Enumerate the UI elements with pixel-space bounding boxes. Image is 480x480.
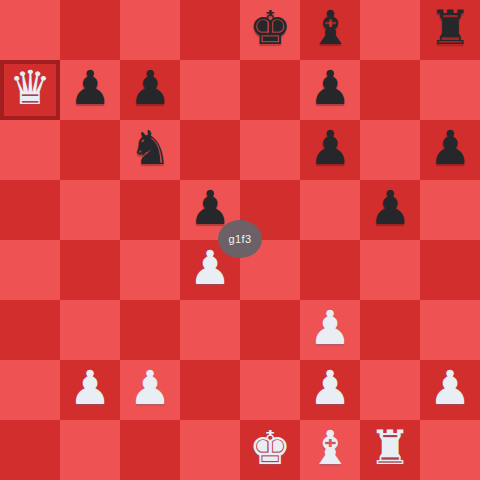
- square-a1[interactable]: [0, 420, 60, 480]
- square-b3[interactable]: [60, 300, 120, 360]
- piece-white-pawn[interactable]: ♟: [309, 298, 351, 358]
- square-e8[interactable]: ♚: [240, 0, 300, 60]
- square-e1[interactable]: ♚: [240, 420, 300, 480]
- square-c2[interactable]: ♟: [120, 360, 180, 420]
- square-g3[interactable]: [360, 300, 420, 360]
- piece-black-pawn[interactable]: ♟: [309, 118, 351, 178]
- piece-black-bishop[interactable]: ♝: [309, 0, 351, 58]
- chess-board: g1f3 ♚♝♜♛♟♟♟♞♟♟♟♟♟♟♟♟♟♟♚♝♜: [0, 0, 480, 480]
- square-a5[interactable]: [0, 180, 60, 240]
- piece-black-pawn[interactable]: ♟: [69, 58, 111, 118]
- piece-black-king[interactable]: ♚: [249, 0, 291, 58]
- square-b8[interactable]: [60, 0, 120, 60]
- square-a4[interactable]: [0, 240, 60, 300]
- square-d8[interactable]: [180, 0, 240, 60]
- square-e7[interactable]: [240, 60, 300, 120]
- square-d4[interactable]: ♟: [180, 240, 240, 300]
- square-d2[interactable]: [180, 360, 240, 420]
- square-b1[interactable]: [60, 420, 120, 480]
- square-h2[interactable]: ♟: [420, 360, 480, 420]
- square-e3[interactable]: [240, 300, 300, 360]
- square-a7[interactable]: ♛: [0, 60, 60, 120]
- piece-white-pawn[interactable]: ♟: [129, 358, 171, 418]
- square-c8[interactable]: [120, 0, 180, 60]
- square-b5[interactable]: [60, 180, 120, 240]
- square-c3[interactable]: [120, 300, 180, 360]
- square-a8[interactable]: [0, 0, 60, 60]
- square-b2[interactable]: ♟: [60, 360, 120, 420]
- square-d5[interactable]: ♟: [180, 180, 240, 240]
- piece-white-pawn[interactable]: ♟: [429, 358, 471, 418]
- piece-white-rook[interactable]: ♜: [369, 418, 411, 478]
- square-c1[interactable]: [120, 420, 180, 480]
- square-a6[interactable]: [0, 120, 60, 180]
- square-e5[interactable]: [240, 180, 300, 240]
- square-b4[interactable]: [60, 240, 120, 300]
- square-h5[interactable]: [420, 180, 480, 240]
- square-b6[interactable]: [60, 120, 120, 180]
- square-g2[interactable]: [360, 360, 420, 420]
- square-f8[interactable]: ♝: [300, 0, 360, 60]
- square-e6[interactable]: [240, 120, 300, 180]
- square-b7[interactable]: ♟: [60, 60, 120, 120]
- square-f3[interactable]: ♟: [300, 300, 360, 360]
- square-f1[interactable]: ♝: [300, 420, 360, 480]
- square-f7[interactable]: ♟: [300, 60, 360, 120]
- square-d1[interactable]: [180, 420, 240, 480]
- square-d6[interactable]: [180, 120, 240, 180]
- square-g5[interactable]: ♟: [360, 180, 420, 240]
- square-g4[interactable]: [360, 240, 420, 300]
- square-f2[interactable]: ♟: [300, 360, 360, 420]
- square-g8[interactable]: [360, 0, 420, 60]
- square-a3[interactable]: [0, 300, 60, 360]
- square-d7[interactable]: [180, 60, 240, 120]
- square-a2[interactable]: [0, 360, 60, 420]
- square-h8[interactable]: ♜: [420, 0, 480, 60]
- piece-white-bishop[interactable]: ♝: [309, 418, 351, 478]
- piece-black-pawn[interactable]: ♟: [189, 178, 231, 238]
- piece-white-queen[interactable]: ♛: [9, 58, 51, 118]
- square-g7[interactable]: [360, 60, 420, 120]
- piece-black-rook[interactable]: ♜: [429, 0, 471, 58]
- square-e2[interactable]: [240, 360, 300, 420]
- square-h6[interactable]: ♟: [420, 120, 480, 180]
- square-h4[interactable]: [420, 240, 480, 300]
- square-e4[interactable]: [240, 240, 300, 300]
- piece-black-pawn[interactable]: ♟: [309, 58, 351, 118]
- piece-white-pawn[interactable]: ♟: [189, 238, 231, 298]
- square-g1[interactable]: ♜: [360, 420, 420, 480]
- square-f6[interactable]: ♟: [300, 120, 360, 180]
- square-c4[interactable]: [120, 240, 180, 300]
- square-c6[interactable]: ♞: [120, 120, 180, 180]
- square-g6[interactable]: [360, 120, 420, 180]
- square-h7[interactable]: [420, 60, 480, 120]
- square-f5[interactable]: [300, 180, 360, 240]
- square-d3[interactable]: [180, 300, 240, 360]
- square-c5[interactable]: [120, 180, 180, 240]
- piece-black-pawn[interactable]: ♟: [429, 118, 471, 178]
- square-h3[interactable]: [420, 300, 480, 360]
- piece-white-pawn[interactable]: ♟: [69, 358, 111, 418]
- piece-black-pawn[interactable]: ♟: [129, 58, 171, 118]
- piece-black-pawn[interactable]: ♟: [369, 178, 411, 238]
- piece-white-king[interactable]: ♚: [249, 418, 291, 478]
- square-h1[interactable]: [420, 420, 480, 480]
- square-f4[interactable]: [300, 240, 360, 300]
- piece-white-pawn[interactable]: ♟: [309, 358, 351, 418]
- square-c7[interactable]: ♟: [120, 60, 180, 120]
- piece-black-knight[interactable]: ♞: [129, 118, 171, 178]
